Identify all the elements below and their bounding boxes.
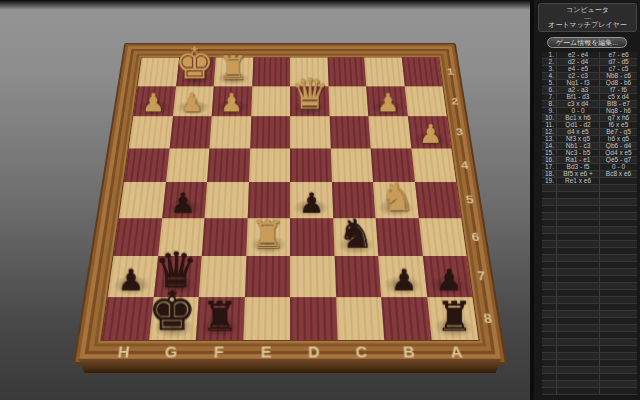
- file-label-E: E: [242, 343, 290, 361]
- move-row[interactable]: [542, 332, 637, 339]
- move-row[interactable]: [542, 206, 637, 213]
- white-move[interactable]: Ng1 - f3: [557, 80, 600, 86]
- move-row[interactable]: [542, 283, 637, 290]
- black-pawn-b7[interactable]: ♟: [390, 265, 417, 295]
- white-move[interactable]: a2 - a3: [557, 87, 600, 93]
- move-row[interactable]: [542, 213, 637, 220]
- move-row[interactable]: [542, 346, 637, 353]
- black-pawn-a7[interactable]: ♟: [436, 265, 463, 295]
- white-move[interactable]: [557, 192, 600, 198]
- black-move[interactable]: 0 - 0: [600, 164, 637, 170]
- move-number[interactable]: [542, 346, 557, 352]
- move-row[interactable]: 10.Bc1 x h6g7 x h6: [542, 115, 637, 122]
- white-move[interactable]: [557, 262, 600, 268]
- rank-label-1: 1: [439, 58, 461, 87]
- move-number[interactable]: [542, 297, 557, 303]
- white-move[interactable]: [557, 297, 600, 303]
- move-row[interactable]: [542, 360, 637, 367]
- white-rook-f1[interactable]: ♜: [218, 52, 248, 85]
- chess-app-window: { "game": "chess", "position": { "fen": …: [0, 0, 640, 400]
- black-move[interactable]: f6 x e5: [600, 122, 637, 128]
- square-d7[interactable]: [290, 256, 336, 297]
- file-label-C: C: [337, 343, 385, 361]
- black-move[interactable]: e7 - e6: [600, 52, 637, 58]
- black-move[interactable]: Qb6 - d4: [600, 143, 637, 149]
- file-label-D: D: [290, 343, 338, 361]
- move-number[interactable]: [542, 353, 557, 359]
- black-move[interactable]: [600, 185, 637, 191]
- move-row[interactable]: [542, 388, 637, 395]
- move-row[interactable]: [542, 304, 637, 311]
- square-d3[interactable]: [290, 116, 330, 148]
- square-c1[interactable]: [327, 58, 366, 87]
- player-white-label: コンピュータ: [540, 6, 635, 14]
- black-move[interactable]: [600, 241, 637, 247]
- rank-label-2: 2: [443, 86, 466, 116]
- black-move[interactable]: [600, 290, 637, 296]
- move-number[interactable]: [542, 248, 557, 254]
- square-h3[interactable]: [129, 116, 173, 148]
- move-row[interactable]: [542, 276, 637, 283]
- move-number[interactable]: [542, 367, 557, 373]
- black-move[interactable]: Be7 - g5: [600, 129, 637, 135]
- white-move[interactable]: [557, 276, 600, 282]
- black-move[interactable]: f7 - f6: [600, 87, 637, 93]
- square-b5[interactable]: ♞: [373, 182, 418, 218]
- square-d4[interactable]: [290, 148, 332, 182]
- move-row[interactable]: [542, 325, 637, 332]
- move-row[interactable]: [542, 374, 637, 381]
- square-b6[interactable]: [376, 218, 423, 256]
- game-info-sidebar: コンピュータ — オートマッチプレイヤー ゲーム情報を編集... 1.e2 - …: [530, 0, 640, 400]
- square-a2[interactable]: [404, 86, 446, 116]
- white-move[interactable]: Bf1 - d3: [557, 94, 600, 100]
- white-pawn-g2[interactable]: ♟: [181, 89, 204, 114]
- move-number[interactable]: [542, 269, 557, 275]
- move-row[interactable]: [542, 220, 637, 227]
- move-number[interactable]: [542, 388, 557, 394]
- square-c6[interactable]: ♞: [333, 218, 378, 256]
- rank-label-6: 6: [462, 218, 489, 256]
- black-move[interactable]: [600, 283, 637, 289]
- move-row[interactable]: [542, 192, 637, 199]
- white-move[interactable]: e4 - e5: [557, 66, 600, 72]
- black-move[interactable]: g7 x h6: [600, 115, 637, 121]
- white-move[interactable]: Nc3 - b5: [557, 150, 600, 156]
- rank-label-7: 7: [468, 256, 496, 297]
- square-g3[interactable]: [169, 116, 212, 148]
- move-row[interactable]: [542, 353, 637, 360]
- black-move[interactable]: [600, 388, 637, 394]
- square-e4[interactable]: [249, 148, 291, 182]
- move-row[interactable]: 12.d4 x e5Be7 - g5: [542, 129, 637, 136]
- move-row[interactable]: 19.Re1 x e6: [542, 178, 637, 185]
- square-g5[interactable]: ♟: [162, 182, 207, 218]
- square-g1[interactable]: ♚: [176, 58, 216, 87]
- move-row[interactable]: 3.e4 - e5c7 - c5: [542, 66, 637, 73]
- black-move[interactable]: [600, 381, 637, 387]
- move-row[interactable]: 17.Bd3 - f50 - 0: [542, 164, 637, 171]
- black-move[interactable]: [600, 206, 637, 212]
- white-move[interactable]: c3 x d4: [557, 101, 600, 107]
- square-b7[interactable]: ♟: [378, 256, 426, 297]
- black-move[interactable]: [600, 248, 637, 254]
- move-list[interactable]: 1.e2 - e4e7 - e62.d2 - d4d7 - d53.e4 - e…: [542, 52, 637, 396]
- white-move[interactable]: [557, 185, 600, 191]
- move-number[interactable]: [542, 192, 557, 198]
- square-f1[interactable]: ♜: [214, 58, 253, 87]
- black-move[interactable]: [600, 297, 637, 303]
- square-f4[interactable]: [207, 148, 250, 182]
- square-h2[interactable]: ♟: [133, 86, 175, 116]
- black-move[interactable]: Bf8 - e7: [600, 101, 637, 107]
- white-move[interactable]: [557, 353, 600, 359]
- white-move[interactable]: Re1 x e6: [557, 178, 600, 184]
- square-e1[interactable]: [252, 58, 290, 87]
- file-label-A: A: [432, 343, 482, 361]
- player-black-label: オートマッチプレイヤー: [540, 21, 635, 29]
- black-rook-f8[interactable]: ♜: [201, 297, 238, 338]
- square-d2[interactable]: ♛: [290, 86, 329, 116]
- white-move[interactable]: [557, 290, 600, 296]
- white-move[interactable]: [557, 199, 600, 205]
- move-number[interactable]: [542, 311, 557, 317]
- black-pawn-d5[interactable]: ♟: [299, 188, 324, 216]
- black-move[interactable]: [600, 227, 637, 233]
- square-a8[interactable]: ♜: [427, 297, 479, 340]
- white-move[interactable]: [557, 360, 600, 366]
- white-move[interactable]: [557, 339, 600, 345]
- black-move[interactable]: [600, 269, 637, 275]
- white-move[interactable]: [557, 374, 600, 380]
- white-move[interactable]: [557, 318, 600, 324]
- move-row[interactable]: [542, 262, 637, 269]
- move-number[interactable]: [542, 290, 557, 296]
- square-f5[interactable]: [204, 182, 248, 218]
- white-move[interactable]: [557, 346, 600, 352]
- move-number[interactable]: [542, 185, 557, 191]
- square-b8[interactable]: [381, 297, 431, 340]
- black-move[interactable]: h6 x g5: [600, 136, 637, 142]
- black-move[interactable]: Qd8 - b6: [600, 80, 637, 86]
- black-move[interactable]: [600, 304, 637, 310]
- square-f2[interactable]: ♟: [212, 86, 252, 116]
- game-3d-area: ♚♜♟♟♟♛♟♟♟♟♞♜♞♟♛♟♟♚♜♜ HGFEDCBA 12345678: [0, 0, 530, 400]
- move-number[interactable]: [542, 227, 557, 233]
- square-a6[interactable]: [418, 218, 466, 256]
- black-move[interactable]: [600, 255, 637, 261]
- move-row[interactable]: 5.Ng1 - f3Qd8 - b6: [542, 80, 637, 87]
- file-label-G: G: [146, 343, 195, 361]
- white-move[interactable]: Bf5 x e6 +: [557, 171, 600, 177]
- rank-label-3: 3: [448, 116, 472, 148]
- white-move[interactable]: [557, 332, 600, 338]
- black-move[interactable]: [600, 367, 637, 373]
- white-move[interactable]: [557, 304, 600, 310]
- move-row[interactable]: 4.c2 - c3Nb8 - c6: [542, 73, 637, 80]
- white-pawn-h2[interactable]: ♟: [142, 89, 165, 114]
- square-b1[interactable]: [364, 58, 404, 87]
- move-number[interactable]: [542, 241, 557, 247]
- move-row[interactable]: [542, 185, 637, 192]
- chess-board[interactable]: ♚♜♟♟♟♛♟♟♟♟♞♜♞♟♛♟♟♚♜♜ HGFEDCBA 12345678: [73, 43, 508, 364]
- move-number[interactable]: [542, 318, 557, 324]
- square-c2[interactable]: [328, 86, 368, 116]
- move-row[interactable]: [542, 318, 637, 325]
- file-label-B: B: [384, 343, 433, 361]
- white-move[interactable]: 0 - 0: [557, 108, 600, 114]
- black-move[interactable]: Nb8 - c6: [600, 73, 637, 79]
- move-row[interactable]: [542, 367, 637, 374]
- white-move[interactable]: [557, 269, 600, 275]
- move-number[interactable]: [542, 234, 557, 240]
- white-move[interactable]: [557, 381, 600, 387]
- black-move[interactable]: [600, 178, 637, 184]
- edit-game-info-button[interactable]: ゲーム情報を編集...: [547, 37, 627, 48]
- white-move[interactable]: [557, 248, 600, 254]
- white-move[interactable]: Bd3 - f5: [557, 164, 600, 170]
- square-a3[interactable]: ♟: [408, 116, 452, 148]
- move-row[interactable]: [542, 248, 637, 255]
- black-move[interactable]: [600, 262, 637, 268]
- move-row[interactable]: [542, 241, 637, 248]
- white-knight-b5[interactable]: ♞: [379, 177, 414, 216]
- black-move[interactable]: [600, 213, 637, 219]
- move-row[interactable]: [542, 381, 637, 388]
- square-d5[interactable]: ♟: [290, 182, 333, 218]
- square-d8[interactable]: [290, 297, 337, 340]
- white-move[interactable]: [557, 234, 600, 240]
- square-c8[interactable]: [336, 297, 385, 340]
- rank-label-8: 8: [473, 297, 502, 340]
- square-b2[interactable]: ♟: [366, 86, 407, 116]
- white-move[interactable]: Nf3 x g5: [557, 136, 600, 142]
- move-row[interactable]: 18.Bf5 x e6 +Bc8 x e6: [542, 171, 637, 178]
- black-rook-a8[interactable]: ♜: [436, 297, 473, 338]
- white-rook-e6[interactable]: ♜: [251, 216, 285, 254]
- move-number[interactable]: 19.: [542, 178, 557, 184]
- square-f3[interactable]: [209, 116, 250, 148]
- black-move[interactable]: [600, 374, 637, 380]
- square-f8[interactable]: ♜: [196, 297, 245, 340]
- black-pawn-g5[interactable]: ♟: [171, 188, 196, 216]
- move-row[interactable]: 13.Nf3 x g5h6 x g5: [542, 136, 637, 143]
- white-move[interactable]: [557, 283, 600, 289]
- move-number[interactable]: [542, 339, 557, 345]
- black-move[interactable]: d7 - d5: [600, 59, 637, 65]
- file-label-H: H: [99, 343, 149, 361]
- move-row[interactable]: 2.d2 - d4d7 - d5: [542, 59, 637, 66]
- white-move[interactable]: [557, 388, 600, 394]
- square-a4[interactable]: [411, 148, 456, 182]
- rank-label-4: 4: [452, 148, 477, 182]
- white-move[interactable]: Nb1 - c3: [557, 143, 600, 149]
- move-number[interactable]: [542, 325, 557, 331]
- move-number[interactable]: [542, 360, 557, 366]
- square-c4[interactable]: [330, 148, 373, 182]
- square-h8[interactable]: [102, 297, 154, 340]
- black-move[interactable]: Ng8 - h6: [600, 108, 637, 114]
- black-move[interactable]: [600, 325, 637, 331]
- black-move[interactable]: [600, 311, 637, 317]
- rank-label-5: 5: [457, 182, 483, 218]
- move-row[interactable]: 1.e2 - e4e7 - e6: [542, 52, 637, 59]
- square-h1[interactable]: [138, 58, 179, 87]
- move-number[interactable]: [542, 374, 557, 380]
- black-move[interactable]: [600, 353, 637, 359]
- move-number[interactable]: [542, 332, 557, 338]
- players-plaque: コンピュータ — オートマッチプレイヤー: [538, 3, 637, 32]
- move-row[interactable]: 11.Qd1 - d2f6 x e5: [542, 122, 637, 129]
- square-c7[interactable]: [334, 256, 381, 297]
- square-a1[interactable]: [401, 58, 442, 87]
- black-move[interactable]: Bc8 x e6: [600, 171, 637, 177]
- players-separator: —: [540, 14, 635, 21]
- move-number[interactable]: [542, 220, 557, 226]
- move-row[interactable]: [542, 269, 637, 276]
- black-move[interactable]: [600, 276, 637, 282]
- white-move[interactable]: d2 - d4: [557, 59, 600, 65]
- white-move[interactable]: [557, 325, 600, 331]
- square-g4[interactable]: [166, 148, 210, 182]
- black-move[interactable]: [600, 318, 637, 324]
- white-pawn-a3[interactable]: ♟: [419, 120, 442, 146]
- white-move[interactable]: [557, 220, 600, 226]
- square-e3[interactable]: [250, 116, 290, 148]
- move-number[interactable]: [542, 213, 557, 219]
- square-b3[interactable]: [368, 116, 411, 148]
- black-move[interactable]: [600, 332, 637, 338]
- move-row[interactable]: [542, 290, 637, 297]
- move-number[interactable]: [542, 255, 557, 261]
- black-move[interactable]: [600, 360, 637, 366]
- board-squares[interactable]: ♚♜♟♟♟♛♟♟♟♟♞♜♞♟♛♟♟♚♜♜: [102, 58, 479, 340]
- file-label-F: F: [194, 343, 242, 361]
- white-move[interactable]: d4 x e5: [557, 129, 600, 135]
- move-number[interactable]: [542, 262, 557, 268]
- move-row[interactable]: [542, 227, 637, 234]
- white-move[interactable]: [557, 367, 600, 373]
- white-pawn-f2[interactable]: ♟: [220, 89, 243, 114]
- move-number[interactable]: [542, 381, 557, 387]
- move-number[interactable]: [542, 199, 557, 205]
- black-move[interactable]: [600, 346, 637, 352]
- move-row[interactable]: [542, 311, 637, 318]
- black-move[interactable]: c7 - c5: [600, 66, 637, 72]
- move-number[interactable]: [542, 283, 557, 289]
- square-h4[interactable]: [124, 148, 169, 182]
- white-move[interactable]: Qd1 - d2: [557, 122, 600, 128]
- white-move[interactable]: [557, 311, 600, 317]
- black-move[interactable]: [600, 234, 637, 240]
- black-move[interactable]: [600, 339, 637, 345]
- white-move[interactable]: [557, 206, 600, 212]
- square-h5[interactable]: [119, 182, 166, 218]
- square-d6[interactable]: [290, 218, 334, 256]
- white-king-g1[interactable]: ♚: [175, 41, 214, 85]
- white-move[interactable]: Bc1 x h6: [557, 115, 600, 121]
- move-row[interactable]: 16.Ra1 - e1Qe5 - g7: [542, 157, 637, 164]
- white-move[interactable]: [557, 213, 600, 219]
- board-scene: ♚♜♟♟♟♛♟♟♟♟♞♜♞♟♛♟♟♚♜♜ HGFEDCBA 12345678: [0, 0, 530, 400]
- square-e2[interactable]: [251, 86, 290, 116]
- white-queen-d2[interactable]: ♛: [291, 72, 329, 114]
- black-pawn-h7[interactable]: ♟: [117, 265, 144, 295]
- black-knight-c6[interactable]: ♞: [338, 214, 374, 254]
- move-row[interactable]: [542, 255, 637, 262]
- square-g2[interactable]: ♟: [172, 86, 213, 116]
- black-move[interactable]: [600, 192, 637, 198]
- square-a7[interactable]: ♟: [422, 256, 472, 297]
- square-e6[interactable]: ♜: [246, 218, 290, 256]
- board-wooden-edge: [76, 359, 504, 373]
- black-move[interactable]: [600, 199, 637, 205]
- move-number[interactable]: [542, 304, 557, 310]
- white-move[interactable]: [557, 227, 600, 233]
- move-number[interactable]: [542, 206, 557, 212]
- black-move[interactable]: [600, 220, 637, 226]
- black-move[interactable]: Qd4 x e5: [600, 150, 637, 156]
- move-number[interactable]: [542, 276, 557, 282]
- move-row[interactable]: 9.0 - 0Ng8 - h6: [542, 108, 637, 115]
- square-e7[interactable]: [244, 256, 290, 297]
- square-f6[interactable]: [202, 218, 247, 256]
- white-move[interactable]: c2 - c3: [557, 73, 600, 79]
- move-row[interactable]: 14.Nb1 - c3Qb6 - d4: [542, 143, 637, 150]
- move-row[interactable]: 7.Bf1 - d3c5 x d4: [542, 94, 637, 101]
- square-c3[interactable]: [329, 116, 370, 148]
- square-f7[interactable]: [199, 256, 246, 297]
- white-move[interactable]: [557, 241, 600, 247]
- black-king-g8[interactable]: ♚: [148, 283, 197, 337]
- square-g8[interactable]: ♚: [149, 297, 199, 340]
- white-move[interactable]: Ra1 - e1: [557, 157, 600, 163]
- move-row[interactable]: [542, 234, 637, 241]
- move-row[interactable]: [542, 297, 637, 304]
- move-row[interactable]: [542, 339, 637, 346]
- square-e8[interactable]: [243, 297, 290, 340]
- black-move[interactable]: Qe5 - g7: [600, 157, 637, 163]
- move-row[interactable]: 15.Nc3 - b5Qd4 x e5: [542, 150, 637, 157]
- move-row[interactable]: 6.a2 - a3f7 - f6: [542, 87, 637, 94]
- square-a5[interactable]: [415, 182, 462, 218]
- move-row[interactable]: [542, 199, 637, 206]
- white-pawn-b2[interactable]: ♟: [376, 89, 399, 114]
- move-row[interactable]: 8.c3 x d4Bf8 - e7: [542, 101, 637, 108]
- white-move[interactable]: [557, 255, 600, 261]
- white-move[interactable]: e2 - e4: [557, 52, 600, 58]
- black-move[interactable]: c5 x d4: [600, 94, 637, 100]
